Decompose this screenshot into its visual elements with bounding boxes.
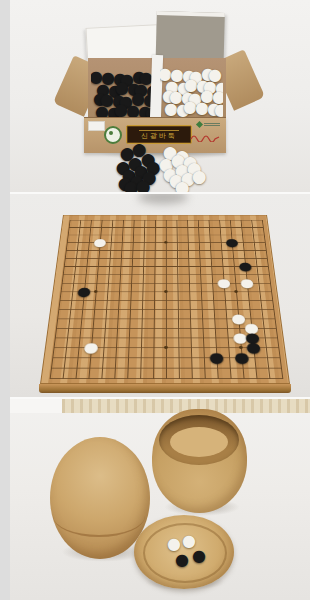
board-cell[interactable] — [104, 246, 116, 254]
board-cell[interactable] — [114, 270, 126, 278]
board-cell[interactable] — [122, 342, 135, 352]
board-cell[interactable] — [149, 254, 160, 262]
board-cell[interactable]: ● — [239, 262, 251, 270]
board-cell[interactable] — [115, 262, 127, 270]
board-cell[interactable] — [69, 262, 81, 270]
board-cell[interactable] — [98, 333, 111, 343]
board-cell[interactable] — [70, 254, 82, 262]
board-cell[interactable] — [149, 270, 161, 278]
board-cell[interactable] — [136, 296, 148, 305]
photo-go-board: ●●●●●●●●●●●●●● — [10, 194, 310, 399]
board-cell[interactable] — [149, 231, 160, 239]
board-cell[interactable] — [92, 262, 104, 270]
board-cell[interactable] — [182, 231, 193, 239]
board-cell[interactable] — [111, 314, 124, 323]
board-cell[interactable] — [58, 352, 72, 362]
board-cell[interactable] — [148, 323, 160, 333]
board-cell[interactable] — [160, 231, 171, 239]
board-cell[interactable] — [207, 296, 219, 305]
board-cell[interactable] — [134, 352, 147, 362]
board-cell[interactable] — [148, 287, 160, 296]
board-cell[interactable] — [172, 270, 184, 278]
board-cell[interactable] — [160, 246, 171, 254]
board-cell[interactable] — [124, 296, 136, 305]
board-cell[interactable] — [256, 216, 268, 223]
board-cell[interactable] — [160, 314, 172, 323]
board-cell[interactable] — [241, 287, 254, 296]
board-cell[interactable] — [184, 333, 197, 343]
board-cell[interactable] — [147, 363, 160, 373]
board-cell[interactable] — [172, 363, 185, 373]
board-cell[interactable] — [147, 333, 159, 343]
board-cell[interactable] — [101, 296, 113, 305]
board-cell[interactable] — [210, 363, 223, 373]
board-cell[interactable] — [81, 254, 93, 262]
board-cell[interactable] — [103, 270, 115, 278]
board-cell[interactable] — [249, 363, 263, 373]
board-cell[interactable] — [122, 352, 135, 362]
board-cell[interactable] — [275, 373, 289, 384]
board-cell[interactable] — [207, 287, 219, 296]
board-cell[interactable] — [171, 239, 182, 247]
board-cell[interactable] — [227, 246, 239, 254]
board-cell[interactable] — [125, 279, 137, 288]
board-cell[interactable] — [193, 246, 204, 254]
board-cell[interactable] — [160, 254, 171, 262]
board-cell[interactable]: ● — [235, 352, 248, 362]
board-cell[interactable] — [262, 373, 276, 384]
board-cell[interactable] — [236, 224, 248, 231]
board-cell[interactable] — [250, 262, 262, 270]
board-cell[interactable] — [260, 246, 272, 254]
board-cell[interactable] — [184, 323, 196, 333]
board-cell[interactable] — [139, 216, 150, 223]
board-cell[interactable] — [110, 333, 123, 343]
board-cell[interactable] — [269, 323, 282, 333]
board-cell[interactable] — [183, 287, 195, 296]
board-cell[interactable] — [172, 296, 184, 305]
board-cell[interactable] — [111, 323, 124, 333]
board-cell[interactable] — [194, 254, 206, 262]
board-cell[interactable] — [172, 287, 184, 296]
board-cell[interactable] — [171, 254, 182, 262]
board-cell[interactable] — [171, 246, 182, 254]
board-cell[interactable] — [264, 279, 277, 288]
board-cell[interactable] — [255, 305, 268, 314]
board-cell[interactable] — [108, 373, 122, 384]
board-cell[interactable] — [160, 279, 172, 288]
board-cell[interactable] — [97, 342, 110, 352]
board-cell[interactable] — [160, 216, 171, 223]
board-cell[interactable] — [172, 352, 185, 362]
board-cell[interactable] — [237, 373, 251, 384]
board-cell[interactable] — [109, 352, 122, 362]
board-cell[interactable] — [137, 279, 149, 288]
board-cell[interactable] — [149, 262, 160, 270]
bowl-inner-floor — [170, 427, 228, 457]
board-cell[interactable] — [76, 305, 89, 314]
board-cell[interactable] — [147, 373, 160, 384]
board-cell[interactable] — [135, 323, 147, 333]
board-cell[interactable] — [59, 342, 73, 352]
board-cell[interactable] — [80, 270, 92, 278]
board-cell[interactable] — [203, 216, 214, 223]
board-cell[interactable] — [102, 279, 114, 288]
board-cell[interactable] — [260, 352, 274, 362]
board-cell[interactable] — [184, 305, 196, 314]
board-cell[interactable] — [109, 342, 122, 352]
board-cell[interactable] — [148, 305, 160, 314]
board-cell[interactable] — [216, 246, 228, 254]
board-cell[interactable] — [126, 262, 138, 270]
board-cell[interactable] — [126, 270, 138, 278]
board-cell[interactable] — [148, 314, 160, 323]
board-cell[interactable] — [108, 363, 121, 373]
board-cell[interactable] — [231, 296, 244, 305]
board-cell[interactable] — [182, 239, 193, 247]
board-cell[interactable] — [196, 323, 209, 333]
board-cell[interactable] — [172, 323, 184, 333]
go-board: ●●●●●●●●●●●●●● — [40, 215, 290, 384]
board-cell[interactable] — [253, 287, 266, 296]
black-stone: ● — [192, 548, 206, 564]
board-cell[interactable] — [95, 224, 106, 231]
board-cell[interactable] — [171, 231, 182, 239]
board-cell[interactable] — [238, 246, 250, 254]
board-cell[interactable] — [236, 363, 250, 373]
board-cell[interactable] — [216, 254, 228, 262]
board-cell[interactable] — [208, 314, 221, 323]
board-cell[interactable]: ● — [226, 239, 238, 247]
board-cell[interactable] — [205, 262, 217, 270]
board-cell[interactable] — [118, 216, 129, 223]
backdrop-wall — [10, 399, 62, 413]
board-cell[interactable] — [88, 305, 101, 314]
board-cell[interactable] — [123, 333, 136, 343]
board-cell[interactable] — [182, 216, 193, 223]
board-cell[interactable] — [104, 254, 116, 262]
board-cell[interactable] — [98, 323, 111, 333]
board-cell[interactable] — [83, 363, 97, 373]
board-cell[interactable] — [77, 296, 90, 305]
board-cell[interactable] — [182, 246, 193, 254]
board-cell[interactable] — [160, 363, 173, 373]
board-cell[interactable] — [194, 262, 206, 270]
board-cell[interactable] — [147, 352, 160, 362]
board-cell[interactable] — [101, 287, 113, 296]
board-cell[interactable] — [123, 323, 136, 333]
board-cell[interactable] — [224, 216, 235, 223]
board-cell[interactable] — [160, 270, 172, 278]
board-cell[interactable] — [115, 254, 127, 262]
board-cell[interactable]: ● — [78, 287, 91, 296]
board-cell[interactable] — [259, 239, 271, 247]
board-cell[interactable] — [138, 239, 149, 247]
board-cell[interactable] — [117, 224, 128, 231]
board-cell[interactable] — [139, 224, 150, 231]
board-cell[interactable] — [207, 305, 219, 314]
board-cell[interactable] — [196, 305, 208, 314]
board-cell[interactable] — [114, 279, 126, 288]
board-cell[interactable] — [60, 333, 73, 343]
board-cell[interactable] — [248, 352, 262, 362]
board-cell[interactable] — [74, 323, 87, 333]
board-cell[interactable] — [121, 363, 134, 373]
board-cell[interactable] — [93, 254, 105, 262]
board-cell[interactable] — [86, 323, 99, 333]
board-cell[interactable] — [193, 231, 204, 239]
bowl-opening — [159, 415, 239, 465]
board-cell[interactable] — [138, 246, 149, 254]
board-cell[interactable] — [204, 239, 215, 247]
board-cell[interactable] — [268, 314, 281, 323]
board-cell[interactable] — [71, 352, 85, 362]
board-cell[interactable] — [90, 287, 102, 296]
board-cell[interactable] — [124, 305, 136, 314]
board-cell[interactable] — [172, 342, 185, 352]
board-cell[interactable] — [96, 352, 109, 362]
board-cell[interactable] — [254, 296, 267, 305]
board-cell[interactable] — [218, 287, 230, 296]
board-cell[interactable] — [83, 352, 96, 362]
board-cell[interactable] — [263, 270, 276, 278]
board-cell[interactable] — [95, 363, 108, 373]
board-cell[interactable] — [128, 224, 139, 231]
board-cell[interactable] — [70, 363, 84, 373]
board-cell[interactable] — [148, 296, 160, 305]
board-cell[interactable] — [96, 216, 107, 223]
board-cell[interactable] — [172, 373, 185, 384]
board-cell[interactable] — [185, 373, 198, 384]
board-cell[interactable] — [105, 239, 117, 247]
board-cell[interactable] — [160, 352, 173, 362]
board-cell[interactable] — [209, 333, 222, 343]
board-cell[interactable] — [183, 254, 194, 262]
board-cell[interactable] — [171, 224, 182, 231]
board-cell[interactable] — [249, 373, 263, 384]
board-cell[interactable] — [137, 270, 149, 278]
board-cell[interactable] — [99, 314, 112, 323]
board-cell[interactable] — [224, 373, 238, 384]
board-cell[interactable] — [82, 246, 94, 254]
board-cell[interactable] — [62, 323, 75, 333]
board-cell[interactable] — [211, 373, 225, 384]
board-cell[interactable] — [198, 363, 211, 373]
board-cell[interactable] — [137, 287, 149, 296]
board-cell[interactable] — [205, 254, 217, 262]
board-cell[interactable] — [203, 224, 214, 231]
board-cell[interactable] — [103, 262, 115, 270]
board-cell[interactable] — [219, 296, 231, 305]
board-cell[interactable] — [160, 296, 172, 305]
board-cell[interactable] — [193, 224, 204, 231]
board-cell[interactable] — [160, 333, 172, 343]
board-cell[interactable] — [87, 314, 100, 323]
white-stone: ● — [214, 102, 223, 118]
board-cell[interactable] — [56, 373, 70, 384]
board-cell[interactable] — [80, 262, 92, 270]
board-cell[interactable] — [75, 314, 88, 323]
board-cell[interactable] — [112, 296, 124, 305]
board-cell[interactable] — [172, 305, 184, 314]
board-cell[interactable] — [205, 246, 217, 254]
board-cell[interactable] — [160, 373, 173, 384]
board-cell[interactable] — [63, 314, 76, 323]
board-cell[interactable] — [68, 270, 80, 278]
board-cell[interactable] — [113, 287, 125, 296]
board-cell[interactable] — [204, 231, 215, 239]
board-cell[interactable] — [106, 224, 117, 231]
board-cell[interactable] — [89, 296, 102, 305]
board-cell[interactable] — [149, 239, 160, 247]
board-cell[interactable] — [185, 342, 198, 352]
board-cell[interactable] — [195, 287, 207, 296]
board-cell[interactable] — [116, 246, 128, 254]
board-cell[interactable] — [182, 224, 193, 231]
board-cell[interactable] — [197, 333, 210, 343]
board-cell[interactable] — [71, 246, 83, 254]
board-cell[interactable] — [138, 231, 149, 239]
board-cell[interactable] — [149, 246, 160, 254]
board-cell[interactable] — [125, 287, 137, 296]
board-cell[interactable] — [273, 352, 287, 362]
board-cell[interactable] — [128, 216, 139, 223]
board-cell[interactable] — [185, 352, 198, 362]
board-cell[interactable]: ● — [94, 239, 106, 247]
board-cell[interactable] — [150, 216, 161, 223]
board-cell[interactable] — [265, 287, 278, 296]
board-cell[interactable] — [252, 279, 265, 288]
board-cell[interactable] — [172, 279, 184, 288]
board-cell[interactable] — [106, 231, 117, 239]
board-cell[interactable] — [134, 363, 147, 373]
board-cell[interactable] — [100, 305, 113, 314]
board-cell[interactable] — [160, 342, 173, 352]
board-cell[interactable] — [171, 216, 182, 223]
board-cell[interactable] — [128, 231, 139, 239]
board-cell[interactable] — [183, 279, 195, 288]
board-cell[interactable] — [160, 305, 172, 314]
board-cell[interactable] — [258, 231, 270, 239]
board-cell[interactable] — [160, 239, 171, 247]
board-cell[interactable] — [117, 231, 128, 239]
board-cell[interactable] — [184, 296, 196, 305]
board-cell[interactable] — [270, 333, 284, 343]
board-cell[interactable] — [160, 262, 171, 270]
board-cell[interactable] — [147, 342, 160, 352]
board-cell[interactable] — [137, 262, 149, 270]
board-cell[interactable] — [214, 216, 225, 223]
board-cell[interactable] — [230, 287, 242, 296]
board-cell[interactable] — [160, 287, 172, 296]
board-cell[interactable] — [198, 373, 211, 384]
red-script-logo — [190, 133, 220, 142]
board-cell[interactable] — [183, 262, 195, 270]
board-cell[interactable] — [192, 216, 203, 223]
board-cell[interactable] — [121, 373, 134, 384]
board-cell[interactable] — [95, 373, 109, 384]
board-cell[interactable] — [172, 333, 184, 343]
board-cell[interactable] — [217, 262, 229, 270]
board-cell[interactable] — [64, 305, 77, 314]
board-cell[interactable] — [160, 224, 171, 231]
board-cell[interactable] — [237, 239, 249, 247]
board-cell[interactable] — [150, 224, 161, 231]
board-cell[interactable] — [123, 314, 135, 323]
board-cell[interactable] — [148, 279, 160, 288]
board-cell[interactable] — [208, 323, 221, 333]
board-cell[interactable] — [57, 363, 71, 373]
board-cell[interactable] — [172, 262, 183, 270]
board-cell[interactable]: ● — [84, 342, 97, 352]
board-cell[interactable] — [183, 270, 195, 278]
board-cell[interactable] — [134, 373, 147, 384]
board-cell[interactable] — [196, 314, 208, 323]
board-cell[interactable] — [82, 373, 96, 384]
board-cell[interactable] — [184, 314, 196, 323]
board-cell[interactable] — [127, 246, 138, 254]
board-cell[interactable] — [85, 216, 96, 223]
board-cell[interactable] — [274, 363, 288, 373]
board-cell[interactable] — [138, 254, 149, 262]
board-cell[interactable] — [235, 216, 246, 223]
board-cell[interactable] — [126, 254, 138, 262]
board-cell[interactable] — [259, 342, 273, 352]
board-cell[interactable] — [135, 333, 148, 343]
board-cell[interactable]: ● — [241, 279, 253, 288]
board-cell[interactable] — [214, 224, 225, 231]
board-cell[interactable] — [69, 373, 83, 384]
white-stone-compartment: ●●●●●●●●●●●●●●●●●●●●●●●● — [160, 67, 223, 119]
board-cell[interactable] — [85, 224, 97, 231]
board-cell[interactable] — [136, 314, 148, 323]
board-cell[interactable] — [160, 323, 172, 333]
board-cell[interactable] — [107, 216, 118, 223]
board-cell[interactable] — [193, 239, 204, 247]
board-cell[interactable] — [91, 270, 103, 278]
board-cell[interactable] — [223, 363, 237, 373]
board-cell[interactable] — [65, 296, 78, 305]
board-cell[interactable] — [257, 224, 269, 231]
board-cell[interactable] — [266, 296, 279, 305]
board-cell[interactable]: ● — [210, 352, 223, 362]
board-cell[interactable] — [262, 262, 274, 270]
board-side-edge — [39, 384, 291, 393]
board-cell[interactable] — [127, 239, 138, 247]
board-cell[interactable] — [135, 342, 148, 352]
board-cell[interactable] — [172, 314, 184, 323]
bowl-lid-seam — [53, 495, 145, 537]
board-cell[interactable] — [194, 270, 206, 278]
board-cell[interactable] — [225, 224, 236, 231]
board-cell[interactable] — [116, 239, 127, 247]
board-cell[interactable] — [195, 279, 207, 288]
board-cell[interactable] — [195, 296, 207, 305]
board-cell[interactable] — [112, 305, 124, 314]
board-cell[interactable] — [90, 279, 102, 288]
board-cell[interactable] — [261, 254, 273, 262]
maker-logo-text-lines — [204, 122, 220, 127]
white-stone: ● — [192, 168, 207, 185]
board-cell[interactable] — [185, 363, 198, 373]
board-cell[interactable] — [93, 246, 105, 254]
board-cell[interactable] — [242, 296, 255, 305]
board-cell[interactable] — [271, 342, 285, 352]
board-cell[interactable] — [267, 305, 280, 314]
board-cell[interactable] — [136, 305, 148, 314]
board-cell[interactable]: ● — [218, 279, 230, 288]
board-cell[interactable] — [261, 363, 275, 373]
